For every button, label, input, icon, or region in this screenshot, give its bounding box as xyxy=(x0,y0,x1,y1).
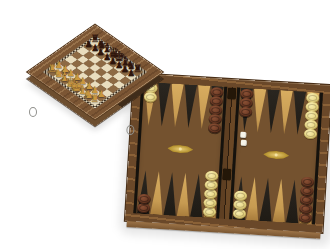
light-checker[interactable] xyxy=(232,208,246,219)
checker-stack xyxy=(239,89,254,118)
die-2[interactable] xyxy=(241,140,247,146)
chess-square-h1[interactable]: ♜ xyxy=(89,97,101,105)
dark-checker[interactable] xyxy=(301,186,315,197)
checker-stack xyxy=(299,177,315,224)
light-checker[interactable] xyxy=(233,199,247,210)
bg-point[interactable] xyxy=(299,179,315,225)
brass-ornament-right xyxy=(263,150,289,160)
dark-checker[interactable] xyxy=(239,107,253,118)
dark-checker[interactable] xyxy=(208,123,222,134)
latch-ring-icon xyxy=(126,125,135,135)
bg-left-half xyxy=(133,82,227,219)
bg-left-top-row xyxy=(142,82,225,132)
bg-point[interactable] xyxy=(203,173,219,219)
hinge-bottom xyxy=(223,169,232,180)
dark-checker[interactable] xyxy=(301,177,315,188)
light-checker[interactable] xyxy=(205,171,219,182)
black-pawn[interactable]: ♟ xyxy=(127,69,135,78)
checker-stack xyxy=(232,190,247,219)
bg-right-half xyxy=(229,87,323,224)
bg-point[interactable] xyxy=(208,86,224,132)
checker-stack xyxy=(208,87,224,134)
checker-stack xyxy=(137,194,151,214)
chess-latch xyxy=(29,107,37,117)
backgammon-case xyxy=(125,73,330,233)
backgammon-latch xyxy=(126,125,135,135)
light-checker[interactable] xyxy=(233,190,247,201)
chess-board-grid: ♜♞♝♛♚♝♞♜♟♟♟♟♟♟♟♟♟♟♟♟♟♟♟♟♜♞♝♛♚♝♞♜ xyxy=(47,38,143,105)
light-checker[interactable] xyxy=(203,207,217,218)
dark-checker[interactable] xyxy=(299,212,313,223)
dark-checker[interactable] xyxy=(300,195,314,206)
light-checker[interactable] xyxy=(204,189,218,200)
die-1[interactable] xyxy=(240,132,246,138)
brass-ornament-left xyxy=(167,144,193,154)
hinge-top xyxy=(227,88,236,99)
white-rook[interactable]: ♜ xyxy=(91,94,100,103)
bg-right-bottom-row xyxy=(232,174,315,224)
checker-stack xyxy=(203,171,219,218)
bg-right-top-row xyxy=(237,88,320,138)
light-checker[interactable] xyxy=(205,180,219,191)
backgammon-set xyxy=(124,73,330,239)
light-checker[interactable] xyxy=(304,129,318,140)
light-checker[interactable] xyxy=(143,92,157,103)
checker-stack xyxy=(304,93,320,140)
dark-checker[interactable] xyxy=(299,203,313,214)
dark-checker[interactable] xyxy=(137,203,151,214)
bg-left-bottom-row xyxy=(136,169,219,219)
dark-checker[interactable] xyxy=(137,194,151,205)
light-checker[interactable] xyxy=(204,198,218,209)
product-photo: ♜♞♝♛♚♝♞♜♟♟♟♟♟♟♟♟♟♟♟♟♟♟♟♟♜♞♝♛♚♝♞♜ xyxy=(0,0,330,249)
bg-point[interactable] xyxy=(304,92,320,138)
latch-ring-icon xyxy=(29,107,37,117)
